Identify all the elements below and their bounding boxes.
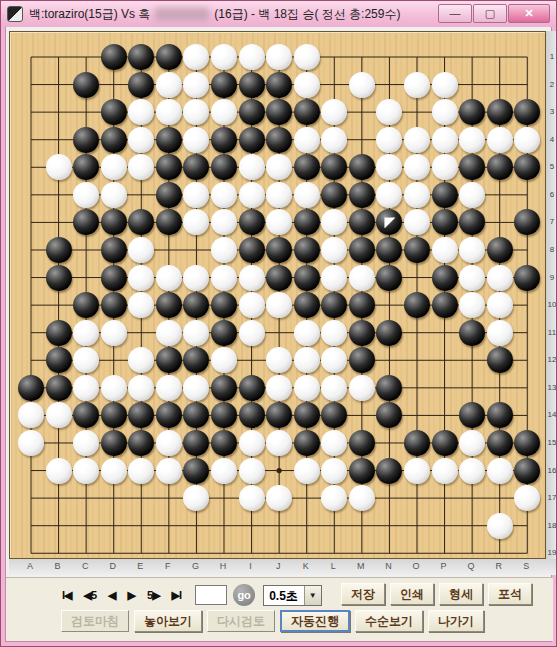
white-stone-B5	[46, 154, 72, 180]
black-stone-M8	[349, 237, 375, 263]
black-stone-J9	[266, 265, 292, 291]
white-stone-O16	[404, 458, 430, 484]
white-stone-G11	[183, 320, 209, 346]
nav-back5-button[interactable]: ◀5	[78, 587, 103, 604]
white-stone-I5	[239, 154, 265, 180]
white-stone-J6	[266, 182, 292, 208]
black-stone-R5	[487, 154, 513, 180]
black-stone-D7	[101, 209, 127, 235]
white-stone-I16	[239, 458, 265, 484]
black-stone-M15	[349, 430, 375, 456]
black-stone-D1	[101, 44, 127, 70]
black-stone-R15	[487, 430, 513, 456]
column-label-S: S	[519, 561, 533, 571]
white-stone-N4	[376, 127, 402, 153]
white-stone-C16	[73, 458, 99, 484]
white-stone-L11	[321, 320, 347, 346]
white-stone-K4	[294, 127, 320, 153]
white-stone-H1	[211, 44, 237, 70]
white-stone-I1	[239, 44, 265, 70]
white-stone-K13	[294, 375, 320, 401]
button-형세[interactable]: 형세	[439, 583, 483, 605]
maximize-button[interactable]: ▢	[473, 4, 507, 23]
white-stone-I6	[239, 182, 265, 208]
white-stone-P2	[432, 72, 458, 98]
white-stone-F15	[156, 430, 182, 456]
white-stone-O6	[404, 182, 430, 208]
row-label-15: 15	[546, 438, 557, 447]
white-stone-R18	[487, 513, 513, 539]
column-label-P: P	[437, 561, 451, 571]
white-stone-O2	[404, 72, 430, 98]
black-stone-D14	[101, 402, 127, 428]
row-label-10: 10	[546, 300, 557, 309]
white-stone-K12	[294, 347, 320, 373]
white-stone-L9	[321, 265, 347, 291]
black-stone-I7	[239, 209, 265, 235]
nav-first-button[interactable]: I◀	[56, 587, 78, 604]
nav-last-button[interactable]: ▶I	[166, 587, 188, 604]
black-stone-B13	[46, 375, 72, 401]
white-stone-K6	[294, 182, 320, 208]
column-label-R: R	[492, 561, 506, 571]
white-stone-G2	[183, 72, 209, 98]
black-stone-P7	[432, 209, 458, 235]
white-stone-I10	[239, 292, 265, 318]
row-label-9: 9	[546, 273, 557, 282]
go-board[interactable]	[9, 31, 546, 559]
black-stone-R14	[487, 402, 513, 428]
window-title: 백:toraziro(15급) Vs 흑 (16급) - 백 18집 승( 정선…	[29, 6, 400, 23]
black-stone-B8	[46, 237, 72, 263]
app-window: 백:toraziro(15급) Vs 흑 (16급) - 백 18집 승( 정선…	[0, 0, 557, 647]
white-stone-E4	[128, 127, 154, 153]
column-label-D: D	[106, 561, 120, 571]
white-stone-D16	[101, 458, 127, 484]
row-label-1: 1	[546, 52, 557, 61]
black-stone-E2	[128, 72, 154, 98]
black-stone-I8	[239, 237, 265, 263]
white-stone-E13	[128, 375, 154, 401]
column-label-F: F	[161, 561, 175, 571]
black-stone-M6	[349, 182, 375, 208]
white-stone-E9	[128, 265, 154, 291]
white-stone-O4	[404, 127, 430, 153]
black-stone-R3	[487, 99, 513, 125]
black-stone-M12	[349, 347, 375, 373]
black-stone-M16	[349, 458, 375, 484]
white-stone-D5	[101, 154, 127, 180]
white-stone-J1	[266, 44, 292, 70]
white-stone-M9	[349, 265, 375, 291]
black-stone-S9	[514, 265, 540, 291]
row-label-5: 5	[546, 162, 557, 171]
column-label-K: K	[299, 561, 313, 571]
white-stone-P16	[432, 458, 458, 484]
white-stone-R11	[487, 320, 513, 346]
white-stone-R9	[487, 265, 513, 291]
white-stone-I15	[239, 430, 265, 456]
white-stone-E16	[128, 458, 154, 484]
white-stone-P3	[432, 99, 458, 125]
column-label-L: L	[326, 561, 340, 571]
white-stone-L13	[321, 375, 347, 401]
button-놓아보기[interactable]: 놓아보기	[134, 610, 202, 632]
nav-back-button[interactable]: ◀	[102, 587, 121, 604]
row-label-16: 16	[546, 466, 557, 475]
black-stone-B12	[46, 347, 72, 373]
white-stone-P5	[432, 154, 458, 180]
black-stone-B9	[46, 265, 72, 291]
white-stone-Q9	[459, 265, 485, 291]
white-stone-F2	[156, 72, 182, 98]
white-stone-C15	[73, 430, 99, 456]
white-stone-S4	[514, 127, 540, 153]
move-number-input[interactable]	[195, 585, 227, 605]
black-stone-J2	[266, 72, 292, 98]
column-label-A: A	[23, 561, 37, 571]
black-stone-I14	[239, 402, 265, 428]
white-stone-K11	[294, 320, 320, 346]
white-stone-L16	[321, 458, 347, 484]
black-stone-O15	[404, 430, 430, 456]
black-stone-K9	[294, 265, 320, 291]
black-stone-M5	[349, 154, 375, 180]
black-stone-I4	[239, 127, 265, 153]
white-stone-P8	[432, 237, 458, 263]
minimize-button[interactable]: —	[438, 4, 472, 23]
white-stone-Q6	[459, 182, 485, 208]
white-stone-I17	[239, 485, 265, 511]
black-stone-H2	[211, 72, 237, 98]
black-stone-H4	[211, 127, 237, 153]
black-stone-D4	[101, 127, 127, 153]
white-stone-H3	[211, 99, 237, 125]
white-stone-J13	[266, 375, 292, 401]
black-stone-F6	[156, 182, 182, 208]
white-stone-G4	[183, 127, 209, 153]
black-stone-K7	[294, 209, 320, 235]
black-stone-D3	[101, 99, 127, 125]
white-stone-C13	[73, 375, 99, 401]
title-bar[interactable]: 백:toraziro(15급) Vs 흑 (16급) - 백 18집 승( 정선…	[1, 1, 556, 27]
column-label-Q: Q	[464, 561, 478, 571]
button-다시검토: 다시검토	[207, 610, 275, 632]
white-stone-H6	[211, 182, 237, 208]
white-stone-H8	[211, 237, 237, 263]
black-stone-I2	[239, 72, 265, 98]
white-stone-F13	[156, 375, 182, 401]
white-stone-D6	[101, 182, 127, 208]
white-stone-F11	[156, 320, 182, 346]
button-인쇄[interactable]: 인쇄	[390, 583, 434, 605]
black-stone-P6	[432, 182, 458, 208]
row-label-6: 6	[546, 190, 557, 199]
row-label-17: 17	[546, 493, 557, 502]
white-stone-R4	[487, 127, 513, 153]
white-stone-Q4	[459, 127, 485, 153]
button-자동진행[interactable]: 자동진행	[280, 610, 350, 632]
black-stone-P10	[432, 292, 458, 318]
black-stone-B11	[46, 320, 72, 346]
black-stone-F5	[156, 154, 182, 180]
column-label-B: B	[51, 561, 65, 571]
black-stone-F12	[156, 347, 182, 373]
black-stone-R8	[487, 237, 513, 263]
white-stone-F3	[156, 99, 182, 125]
row-coordinates: 12345678910111213141516171819	[546, 31, 557, 560]
black-stone-I13	[239, 375, 265, 401]
white-stone-H9	[211, 265, 237, 291]
black-stone-K5	[294, 154, 320, 180]
black-stone-M10	[349, 292, 375, 318]
white-stone-M2	[349, 72, 375, 98]
control-panel: I◀ ◀5 ◀ ▶ 5▶ ▶I go 0.5초 ▼ 저장인쇄형세포석 검토마침놓…	[6, 577, 553, 641]
black-stone-G16	[183, 458, 209, 484]
white-stone-Q8	[459, 237, 485, 263]
white-stone-L4	[321, 127, 347, 153]
black-stone-H10	[211, 292, 237, 318]
black-stone-H11	[211, 320, 237, 346]
button-검토마침: 검토마침	[61, 610, 129, 632]
chevron-down-icon[interactable]: ▼	[304, 586, 321, 605]
button-저장[interactable]: 저장	[341, 583, 385, 605]
black-stone-N11	[376, 320, 402, 346]
row-label-11: 11	[546, 328, 557, 337]
row-label-4: 4	[546, 135, 557, 144]
white-stone-I9	[239, 265, 265, 291]
column-label-H: H	[216, 561, 230, 571]
white-stone-M13	[349, 375, 375, 401]
black-stone-F1	[156, 44, 182, 70]
white-stone-B16	[46, 458, 72, 484]
go-button[interactable]: go	[233, 584, 255, 606]
white-stone-C11	[73, 320, 99, 346]
row-label-8: 8	[546, 245, 557, 254]
white-stone-K2	[294, 72, 320, 98]
black-stone-M11	[349, 320, 375, 346]
column-label-E: E	[133, 561, 147, 571]
black-stone-H13	[211, 375, 237, 401]
app-icon	[7, 6, 23, 22]
black-stone-Q11	[459, 320, 485, 346]
black-stone-P15	[432, 430, 458, 456]
column-coordinates: ABCDEFGHIJKLMNOPQRS	[9, 559, 557, 575]
black-stone-J8	[266, 237, 292, 263]
button-포석[interactable]: 포석	[488, 583, 532, 605]
black-stone-K10	[294, 292, 320, 318]
button-나가기[interactable]: 나가기	[428, 610, 484, 632]
row-label-7: 7	[546, 217, 557, 226]
black-stone-D8	[101, 237, 127, 263]
black-stone-O10	[404, 292, 430, 318]
white-stone-D13	[101, 375, 127, 401]
column-label-J: J	[271, 561, 285, 571]
column-label-G: G	[188, 561, 202, 571]
row-label-18: 18	[546, 521, 557, 530]
row-label-14: 14	[546, 410, 557, 419]
black-stone-K8	[294, 237, 320, 263]
black-stone-C4	[73, 127, 99, 153]
black-stone-D10	[101, 292, 127, 318]
column-label-O: O	[409, 561, 423, 571]
black-stone-F10	[156, 292, 182, 318]
black-stone-O8	[404, 237, 430, 263]
column-label-C: C	[78, 561, 92, 571]
black-stone-F4	[156, 127, 182, 153]
white-stone-J15	[266, 430, 292, 456]
button-수순보기[interactable]: 수순보기	[355, 610, 423, 632]
black-stone-C2	[73, 72, 99, 98]
black-stone-I3	[239, 99, 265, 125]
speed-select[interactable]: 0.5초 ▼	[263, 585, 322, 606]
white-stone-R10	[487, 292, 513, 318]
white-stone-B14	[46, 402, 72, 428]
black-stone-L6	[321, 182, 347, 208]
white-stone-F9	[156, 265, 182, 291]
black-stone-R12	[487, 347, 513, 373]
black-stone-K15	[294, 430, 320, 456]
speed-value: 0.5초	[264, 586, 304, 605]
column-label-M: M	[354, 561, 368, 571]
row-label-3: 3	[546, 107, 557, 116]
white-stone-K16	[294, 458, 320, 484]
black-stone-D9	[101, 265, 127, 291]
black-stone-N9	[376, 265, 402, 291]
white-stone-Q15	[459, 430, 485, 456]
action-buttons-row2: 검토마침놓아보기다시검토자동진행수순보기나가기	[56, 610, 484, 632]
white-stone-H16	[211, 458, 237, 484]
black-stone-N16	[376, 458, 402, 484]
white-stone-I11	[239, 320, 265, 346]
black-stone-H15	[211, 430, 237, 456]
row-label-2: 2	[546, 80, 557, 89]
black-stone-D15	[101, 430, 127, 456]
black-stone-A13	[18, 375, 44, 401]
column-label-N: N	[381, 561, 395, 571]
white-stone-R16	[487, 458, 513, 484]
close-button[interactable]: ✕	[508, 4, 550, 23]
white-stone-Q16	[459, 458, 485, 484]
nav-forward5-button[interactable]: 5▶	[141, 587, 166, 604]
black-stone-K14	[294, 402, 320, 428]
black-stone-K3	[294, 99, 320, 125]
row-label-13: 13	[546, 383, 557, 392]
white-stone-M17	[349, 485, 375, 511]
white-stone-D11	[101, 320, 127, 346]
white-stone-A15	[18, 430, 44, 456]
black-stone-P9	[432, 265, 458, 291]
white-stone-K1	[294, 44, 320, 70]
black-stone-S16	[514, 458, 540, 484]
row-label-19: 19	[546, 548, 557, 557]
column-label-I: I	[244, 561, 258, 571]
white-stone-F16	[156, 458, 182, 484]
navigation-bar: I◀ ◀5 ◀ ▶ 5▶ ▶I go 0.5초 ▼	[56, 584, 322, 606]
action-buttons-row1: 저장인쇄형세포석	[336, 583, 532, 605]
white-stone-P4	[432, 127, 458, 153]
nav-forward-button[interactable]: ▶	[122, 587, 141, 604]
black-stone-J4	[266, 127, 292, 153]
white-stone-G9	[183, 265, 209, 291]
censored-player-name	[155, 8, 209, 21]
white-stone-C6	[73, 182, 99, 208]
row-label-12: 12	[546, 355, 557, 364]
